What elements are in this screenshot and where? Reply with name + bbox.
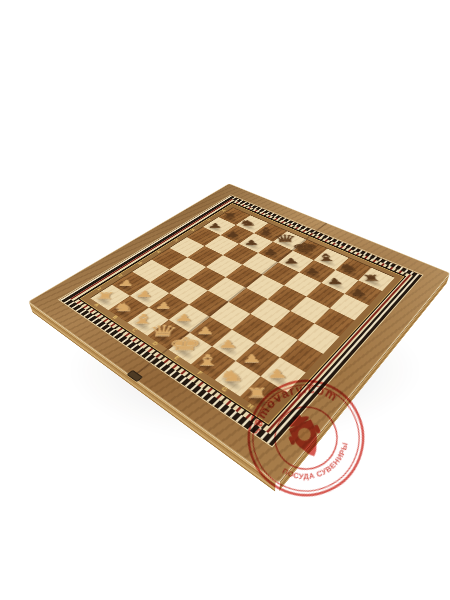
piece-black-pawn[interactable]: ♟ — [303, 266, 321, 274]
piece-black-pawn[interactable]: ♟ — [282, 257, 300, 264]
product-photo-chess-board: ABCDEFGH12345678 ♜♞♝♛♚♝♞♜♟♟♟♟♟♟♟♟♟♟♟♟♟♟♟… — [0, 0, 450, 600]
piece-black-pawn[interactable]: ♟ — [325, 277, 344, 285]
piece-black-knight[interactable]: ♞ — [336, 262, 360, 271]
piece-black-pawn[interactable]: ♟ — [243, 239, 259, 246]
piece-white-pawn[interactable]: ♟ — [116, 278, 136, 286]
piece-black-king[interactable]: ♚ — [290, 241, 319, 253]
piece-black-rook[interactable]: ♜ — [360, 273, 382, 282]
piece-black-pawn[interactable]: ♟ — [225, 230, 241, 236]
piece-black-rook[interactable]: ♜ — [222, 212, 239, 218]
samovar-icon — [282, 410, 329, 463]
piece-black-pawn[interactable]: ♟ — [262, 247, 279, 254]
piece-black-pawn[interactable]: ♟ — [207, 222, 223, 228]
piece-black-bishop[interactable]: ♝ — [314, 252, 338, 262]
